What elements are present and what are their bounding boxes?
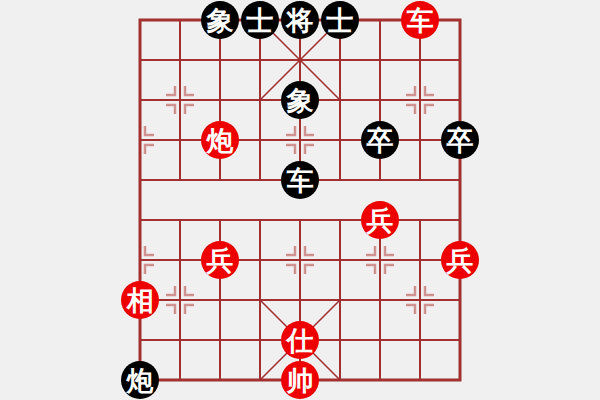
red-cannon[interactable]: 炮: [201, 121, 239, 159]
piece-glyph: 炮: [127, 367, 154, 394]
piece-glyph: 兵: [447, 247, 474, 274]
piece-glyph: 车: [287, 167, 314, 194]
red-chariot[interactable]: 车: [401, 1, 439, 39]
piece-glyph: 炮: [207, 127, 234, 154]
piece-glyph: 兵: [207, 247, 234, 274]
red-elephant[interactable]: 相: [121, 281, 159, 319]
piece-glyph: 帅: [287, 367, 314, 394]
piece-glyph: 士: [247, 7, 274, 34]
red-soldier[interactable]: 兵: [201, 241, 239, 279]
black-elephant[interactable]: 象: [201, 1, 239, 39]
piece-glyph: 兵: [367, 207, 394, 234]
piece-glyph: 车: [407, 7, 434, 34]
pieces-layer: 象士将士车象炮卒卒车兵兵兵相仕帅炮: [0, 0, 600, 400]
black-advisor[interactable]: 士: [241, 1, 279, 39]
black-cannon[interactable]: 炮: [121, 361, 159, 399]
piece-glyph: 象: [207, 7, 234, 34]
black-general[interactable]: 将: [281, 1, 319, 39]
black-soldier[interactable]: 卒: [361, 121, 399, 159]
xiangqi-board: 象士将士车象炮卒卒车兵兵兵相仕帅炮: [0, 0, 600, 400]
piece-glyph: 相: [127, 287, 154, 314]
piece-glyph: 将: [287, 7, 314, 34]
black-elephant[interactable]: 象: [281, 81, 319, 119]
piece-glyph: 象: [287, 87, 314, 114]
piece-glyph: 仕: [287, 327, 314, 354]
red-general[interactable]: 帅: [281, 361, 319, 399]
red-soldier[interactable]: 兵: [361, 201, 399, 239]
black-soldier[interactable]: 卒: [441, 121, 479, 159]
red-soldier[interactable]: 兵: [441, 241, 479, 279]
piece-glyph: 卒: [447, 127, 474, 154]
piece-glyph: 士: [327, 7, 354, 34]
red-advisor[interactable]: 仕: [281, 321, 319, 359]
black-chariot[interactable]: 车: [281, 161, 319, 199]
piece-glyph: 卒: [367, 127, 394, 154]
black-advisor[interactable]: 士: [321, 1, 359, 39]
